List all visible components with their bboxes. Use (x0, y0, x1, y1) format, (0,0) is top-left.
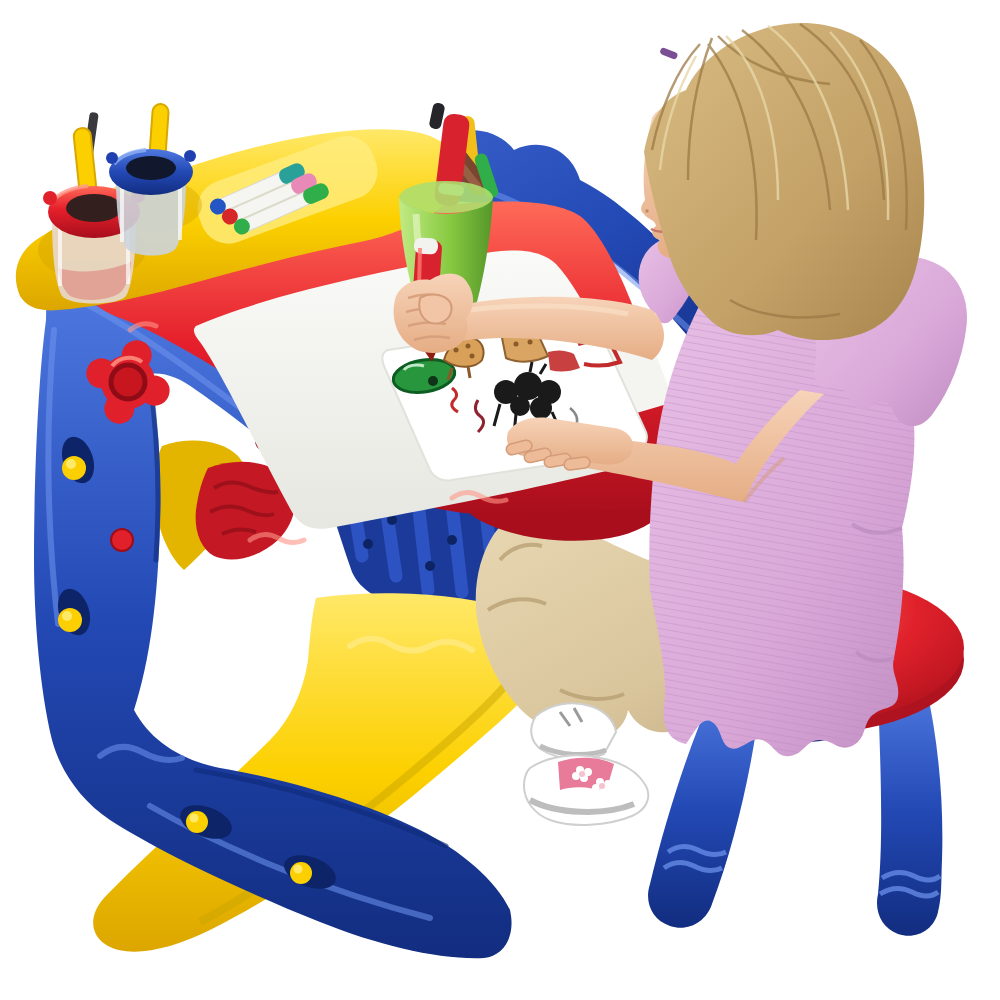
nostril (645, 209, 649, 213)
lock-button (111, 529, 133, 551)
right-hand (394, 274, 473, 353)
product-photo (0, 0, 1000, 1000)
